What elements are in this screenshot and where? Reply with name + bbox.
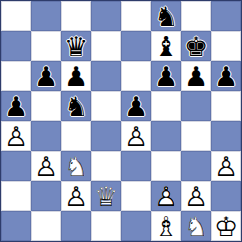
square-a5[interactable]: ♟ [1, 91, 31, 121]
square-c3[interactable]: ♞♘ [61, 151, 91, 181]
square-g6[interactable]: ♟ [181, 61, 211, 91]
black-bishop[interactable]: ♝ [151, 31, 181, 61]
white-pawn[interactable]: ♟♙ [181, 181, 211, 211]
square-c1[interactable] [61, 211, 91, 241]
white-knight[interactable]: ♞♘ [181, 211, 211, 241]
black-king[interactable]: ♚ [181, 31, 211, 61]
square-c4[interactable] [61, 121, 91, 151]
square-g2[interactable]: ♟♙ [181, 181, 211, 211]
white-pawn-glyph: ♟ [211, 151, 241, 181]
white-pawn-glyph: ♟ [31, 151, 61, 181]
black-king-glyph: ♚ [181, 31, 211, 61]
white-pawn-outline-glyph: ♙ [181, 181, 211, 211]
white-bishop-outline-glyph: ♗ [151, 211, 181, 241]
white-bishop-glyph: ♝ [151, 211, 181, 241]
black-queen[interactable]: ♛ [61, 31, 91, 61]
white-knight-outline-glyph: ♘ [181, 211, 211, 241]
square-e3[interactable] [121, 151, 151, 181]
white-pawn-glyph: ♟ [181, 181, 211, 211]
square-a3[interactable] [1, 151, 31, 181]
square-f3[interactable] [151, 151, 181, 181]
square-e4[interactable]: ♟♙ [121, 121, 151, 151]
white-pawn-outline-glyph: ♙ [151, 181, 181, 211]
black-pawn[interactable]: ♟ [1, 91, 31, 121]
square-e6[interactable] [121, 61, 151, 91]
square-h1[interactable]: ♚♔ [211, 211, 241, 241]
white-queen-glyph: ♛ [91, 181, 121, 211]
white-pawn[interactable]: ♟♙ [31, 151, 61, 181]
white-king-outline-glyph: ♔ [211, 211, 241, 241]
black-pawn[interactable]: ♟ [151, 61, 181, 91]
white-pawn[interactable]: ♟♙ [121, 121, 151, 151]
white-pawn-glyph: ♟ [121, 121, 151, 151]
square-b2[interactable] [31, 181, 61, 211]
white-king-glyph: ♚ [211, 211, 241, 241]
square-e7[interactable] [121, 31, 151, 61]
white-knight-glyph: ♞ [61, 151, 91, 181]
white-pawn-glyph: ♟ [61, 181, 91, 211]
square-g1[interactable]: ♞♘ [181, 211, 211, 241]
square-b7[interactable] [31, 31, 61, 61]
square-h6[interactable]: ♟ [211, 61, 241, 91]
square-a7[interactable] [1, 31, 31, 61]
black-pawn[interactable]: ♟ [61, 61, 91, 91]
square-h8[interactable] [211, 1, 241, 31]
square-g5[interactable] [181, 91, 211, 121]
white-knight[interactable]: ♞♘ [61, 151, 91, 181]
square-b5[interactable] [31, 91, 61, 121]
square-f4[interactable] [151, 121, 181, 151]
black-pawn-glyph: ♟ [211, 61, 241, 91]
square-h3[interactable]: ♟♙ [211, 151, 241, 181]
black-pawn-glyph: ♟ [151, 61, 181, 91]
black-knight[interactable]: ♞ [151, 1, 181, 31]
white-pawn[interactable]: ♟♙ [151, 181, 181, 211]
square-b6[interactable]: ♟ [31, 61, 61, 91]
square-d3[interactable] [91, 151, 121, 181]
black-knight[interactable]: ♞ [61, 91, 91, 121]
white-pawn-outline-glyph: ♙ [1, 121, 31, 151]
white-queen[interactable]: ♛♕ [91, 181, 121, 211]
square-g7[interactable]: ♚ [181, 31, 211, 61]
square-a2[interactable] [1, 181, 31, 211]
white-knight-glyph: ♞ [181, 211, 211, 241]
white-pawn-outline-glyph: ♙ [31, 151, 61, 181]
white-knight-outline-glyph: ♘ [61, 151, 91, 181]
black-bishop-glyph: ♝ [151, 31, 181, 61]
square-g8[interactable] [181, 1, 211, 31]
black-knight-glyph: ♞ [151, 1, 181, 31]
black-pawn[interactable]: ♟ [121, 91, 151, 121]
white-king[interactable]: ♚♔ [211, 211, 241, 241]
black-pawn[interactable]: ♟ [211, 61, 241, 91]
black-pawn-glyph: ♟ [181, 61, 211, 91]
white-queen-outline-glyph: ♕ [91, 181, 121, 211]
square-d2[interactable]: ♛♕ [91, 181, 121, 211]
square-h7[interactable] [211, 31, 241, 61]
square-f5[interactable] [151, 91, 181, 121]
white-pawn[interactable]: ♟♙ [61, 181, 91, 211]
square-f8[interactable]: ♞ [151, 1, 181, 31]
square-g3[interactable] [181, 151, 211, 181]
square-e2[interactable] [121, 181, 151, 211]
white-pawn[interactable]: ♟♙ [211, 151, 241, 181]
black-pawn-glyph: ♟ [61, 61, 91, 91]
white-bishop[interactable]: ♝♗ [151, 211, 181, 241]
square-d6[interactable] [91, 61, 121, 91]
square-c5[interactable]: ♞ [61, 91, 91, 121]
square-b1[interactable] [31, 211, 61, 241]
square-a8[interactable] [1, 1, 31, 31]
white-pawn-glyph: ♟ [1, 121, 31, 151]
black-queen-glyph: ♛ [61, 31, 91, 61]
white-pawn-outline-glyph: ♙ [121, 121, 151, 151]
square-e5[interactable]: ♟ [121, 91, 151, 121]
white-pawn-outline-glyph: ♙ [211, 151, 241, 181]
square-f7[interactable]: ♝ [151, 31, 181, 61]
chess-board: ♞♛♝♚♟♟♟♟♟♟♞♟♟♙♟♙♟♙♞♘♟♙♟♙♛♕♟♙♟♙♝♗♞♘♚♔ [0, 0, 242, 242]
square-d1[interactable] [91, 211, 121, 241]
square-a1[interactable] [1, 211, 31, 241]
square-d7[interactable] [91, 31, 121, 61]
white-pawn-glyph: ♟ [151, 181, 181, 211]
square-c2[interactable]: ♟♙ [61, 181, 91, 211]
square-g4[interactable] [181, 121, 211, 151]
black-pawn-glyph: ♟ [121, 91, 151, 121]
black-pawn-glyph: ♟ [1, 91, 31, 121]
square-e8[interactable] [121, 1, 151, 31]
square-f6[interactable]: ♟ [151, 61, 181, 91]
white-pawn-outline-glyph: ♙ [61, 181, 91, 211]
square-h4[interactable] [211, 121, 241, 151]
black-knight-glyph: ♞ [61, 91, 91, 121]
square-h5[interactable] [211, 91, 241, 121]
square-d4[interactable] [91, 121, 121, 151]
square-e1[interactable] [121, 211, 151, 241]
square-c8[interactable] [61, 1, 91, 31]
square-d8[interactable] [91, 1, 121, 31]
black-pawn[interactable]: ♟ [181, 61, 211, 91]
square-d5[interactable] [91, 91, 121, 121]
square-a4[interactable]: ♟♙ [1, 121, 31, 151]
square-b4[interactable] [31, 121, 61, 151]
white-pawn[interactable]: ♟♙ [1, 121, 31, 151]
square-f2[interactable]: ♟♙ [151, 181, 181, 211]
square-c6[interactable]: ♟ [61, 61, 91, 91]
square-b3[interactable]: ♟♙ [31, 151, 61, 181]
square-f1[interactable]: ♝♗ [151, 211, 181, 241]
square-a6[interactable] [1, 61, 31, 91]
black-pawn-glyph: ♟ [31, 61, 61, 91]
square-c7[interactable]: ♛ [61, 31, 91, 61]
black-pawn[interactable]: ♟ [31, 61, 61, 91]
square-h2[interactable] [211, 181, 241, 211]
square-b8[interactable] [31, 1, 61, 31]
